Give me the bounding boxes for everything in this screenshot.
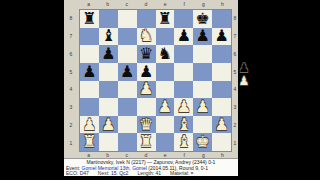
piece-black-knight[interactable]: ♞ [158, 46, 172, 62]
piece-black-bishop[interactable]: ♝ [101, 28, 115, 44]
square-b8[interactable] [99, 10, 118, 28]
file-label-f: f [175, 0, 194, 8]
rank-label-7: 7 [232, 27, 238, 45]
file-label-g: g [194, 0, 213, 8]
file-label-e: e [156, 0, 175, 8]
piece-black-pawn[interactable]: ♟ [177, 28, 191, 44]
square-g7[interactable]: ♟ [193, 28, 212, 46]
square-c5[interactable]: ♟ [118, 63, 137, 81]
rank-label-7: 7 [64, 27, 78, 45]
rank-label-3: 3 [232, 98, 238, 116]
square-h6[interactable] [212, 45, 231, 63]
piece-black-pawn[interactable]: ♟ [139, 64, 153, 80]
rank-label-2: 2 [64, 116, 78, 134]
square-c4[interactable] [118, 81, 137, 99]
piece-white-pawn[interactable]: ♟ [82, 117, 96, 133]
rank-labels-left: 87654321 [64, 9, 78, 152]
rank-label-6: 6 [64, 45, 78, 63]
material-tray: ♟ ♟ [237, 62, 251, 88]
rank-label-5: 5 [64, 63, 78, 81]
square-d5[interactable]: ♟ [137, 63, 156, 81]
piece-white-pawn[interactable]: ♟ [139, 81, 153, 97]
square-f5[interactable] [174, 63, 193, 81]
piece-black-queen[interactable]: ♛ [139, 46, 153, 62]
square-e5[interactable] [156, 63, 175, 81]
piece-white-rook[interactable]: ♜ [82, 134, 96, 150]
square-f3[interactable]: ♟ [174, 98, 193, 116]
piece-black-pawn[interactable]: ♟ [196, 28, 210, 44]
event-link[interactable]: Gomel Memorial 13th, Gomel [82, 166, 147, 171]
rank-label-1: 1 [232, 134, 238, 152]
file-label-c: c [117, 0, 136, 8]
square-d4[interactable]: ♟ [137, 81, 156, 99]
square-e3[interactable]: ♟ [156, 98, 175, 116]
piece-black-pawn[interactable]: ♟ [101, 46, 115, 62]
event-details: (2014.05.11), Round 9, 0-1 [147, 166, 208, 171]
piece-white-knight[interactable]: ♞ [139, 28, 153, 44]
square-b7[interactable]: ♝ [99, 28, 118, 46]
piece-white-pawn[interactable]: ♟ [177, 99, 191, 115]
square-b4[interactable] [99, 81, 118, 99]
captured-white-pawn-icon: ♟ [239, 75, 250, 88]
piece-black-rook[interactable]: ♜ [82, 11, 96, 27]
square-a6[interactable] [80, 45, 99, 63]
file-label-b: b [98, 0, 117, 8]
square-g8[interactable]: ♚ [193, 10, 212, 28]
square-a8[interactable]: ♜ [80, 10, 99, 28]
square-b5[interactable] [99, 63, 118, 81]
piece-white-pawn[interactable]: ♟ [158, 99, 172, 115]
chess-board[interactable]: ♜♜♚♝♞♟♟♟♟♛♞♟♟♟♟♟♟♟♟♟♛♝♟♜♜♝♚ [79, 9, 232, 152]
square-c2[interactable] [118, 116, 137, 134]
piece-white-queen[interactable]: ♛ [139, 117, 153, 133]
square-b6[interactable]: ♟ [99, 45, 118, 63]
eco-label: ECO: [66, 171, 78, 176]
piece-black-pawn[interactable]: ♟ [214, 28, 228, 44]
square-f4[interactable] [174, 81, 193, 99]
square-g4[interactable] [193, 81, 212, 99]
square-a3[interactable] [80, 98, 99, 116]
piece-white-king[interactable]: ♚ [196, 134, 210, 150]
rank-label-8: 8 [64, 9, 78, 27]
square-c3[interactable] [118, 98, 137, 116]
next-move-label: Next: [98, 171, 110, 176]
square-a2[interactable]: ♟ [80, 116, 99, 134]
square-g1[interactable]: ♚ [193, 133, 212, 151]
square-h3[interactable] [212, 98, 231, 116]
stats-line: ECO: D47 Next: 15. Qc2 Length: 41 Materi… [66, 171, 236, 177]
rank-label-4: 4 [64, 81, 78, 99]
event-label: Event: [66, 166, 80, 171]
square-g2[interactable] [193, 116, 212, 134]
square-h7[interactable]: ♟ [212, 28, 231, 46]
rank-label-6: 6 [232, 45, 238, 63]
square-c7[interactable] [118, 28, 137, 46]
rank-label-3: 3 [64, 98, 78, 116]
square-d3[interactable] [137, 98, 156, 116]
square-b2[interactable]: ♟ [99, 116, 118, 134]
square-f2[interactable]: ♝ [174, 116, 193, 134]
piece-black-pawn[interactable]: ♟ [120, 64, 134, 80]
square-a5[interactable]: ♟ [80, 63, 99, 81]
square-d7[interactable]: ♞ [137, 28, 156, 46]
piece-white-bishop[interactable]: ♝ [177, 117, 191, 133]
square-e1[interactable] [156, 133, 175, 151]
square-e8[interactable]: ♜ [156, 10, 175, 28]
rank-label-1: 1 [64, 134, 78, 152]
chess-board-panel: abcdefgh abcdefgh 87654321 87654321 ♜♜♚♝… [64, 0, 238, 158]
game-info-panel: Martinovsky, Ivek N (2217) — Zapunov, An… [64, 158, 238, 176]
square-g6[interactable] [193, 45, 212, 63]
file-label-d: d [136, 0, 155, 8]
piece-black-rook[interactable]: ♜ [158, 11, 172, 27]
square-e4[interactable] [156, 81, 175, 99]
video-frame: abcdefgh abcdefgh 87654321 87654321 ♜♜♚♝… [0, 0, 320, 180]
file-label-a: a [79, 0, 98, 8]
square-b3[interactable] [99, 98, 118, 116]
square-c1[interactable] [118, 133, 137, 151]
square-a4[interactable] [80, 81, 99, 99]
piece-black-king[interactable]: ♚ [196, 11, 210, 27]
square-e2[interactable] [156, 116, 175, 134]
piece-white-rook[interactable]: ♜ [139, 134, 153, 150]
square-h2[interactable]: ♟ [212, 116, 231, 134]
piece-white-pawn[interactable]: ♟ [214, 117, 228, 133]
square-d1[interactable]: ♜ [137, 133, 156, 151]
rank-label-2: 2 [232, 116, 238, 134]
file-label-h: h [213, 0, 232, 8]
square-f6[interactable] [174, 45, 193, 63]
square-e6[interactable]: ♞ [156, 45, 175, 63]
square-f7[interactable]: ♟ [174, 28, 193, 46]
material-value: = [191, 171, 194, 176]
square-d6[interactable]: ♛ [137, 45, 156, 63]
square-f8[interactable] [174, 10, 193, 28]
square-g5[interactable] [193, 63, 212, 81]
piece-white-pawn[interactable]: ♟ [101, 117, 115, 133]
material-label: Material: [170, 171, 189, 176]
square-a7[interactable] [80, 28, 99, 46]
eco-value: D47 [80, 171, 89, 176]
square-h4[interactable] [212, 81, 231, 99]
piece-black-pawn[interactable]: ♟ [82, 64, 96, 80]
square-h8[interactable] [212, 10, 231, 28]
length-label: Length: [137, 171, 154, 176]
rank-label-8: 8 [232, 9, 238, 27]
square-f1[interactable]: ♝ [174, 133, 193, 151]
piece-white-bishop[interactable]: ♝ [177, 134, 191, 150]
square-e7[interactable] [156, 28, 175, 46]
piece-white-pawn[interactable]: ♟ [196, 99, 210, 115]
square-g3[interactable]: ♟ [193, 98, 212, 116]
next-move-value: 15. Qc2 [111, 171, 129, 176]
square-c8[interactable] [118, 10, 137, 28]
square-b1[interactable] [99, 133, 118, 151]
length-value: 41 [155, 171, 161, 176]
square-d8[interactable] [137, 10, 156, 28]
square-h5[interactable] [212, 63, 231, 81]
file-labels-top: abcdefgh [79, 0, 232, 8]
square-h1[interactable] [212, 133, 231, 151]
square-c6[interactable] [118, 45, 137, 63]
square-d2[interactable]: ♛ [137, 116, 156, 134]
square-a1[interactable]: ♜ [80, 133, 99, 151]
